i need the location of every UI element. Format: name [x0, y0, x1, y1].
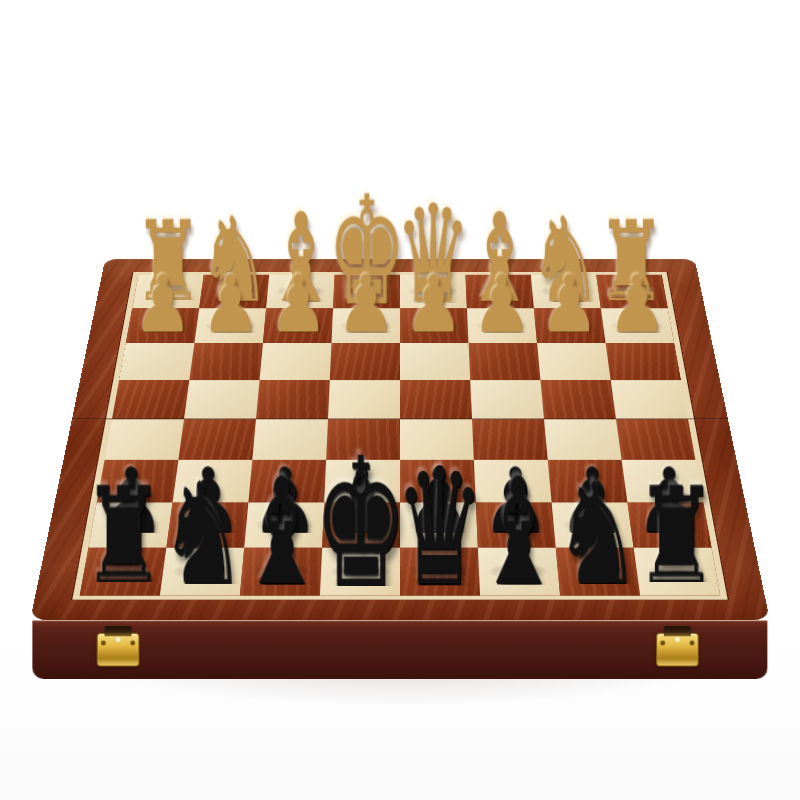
square-a2: ♟	[601, 308, 674, 343]
square-f4	[256, 380, 330, 419]
square-c7: ♟	[476, 503, 556, 548]
square-g3	[189, 343, 263, 380]
piece-shadow	[410, 563, 470, 580]
piece-shadow	[272, 319, 324, 332]
square-a1: ♜	[596, 275, 668, 309]
square-c3	[469, 343, 541, 380]
square-h2: ♟	[126, 308, 199, 343]
piece-shadow	[611, 319, 664, 332]
piece-shadow	[172, 563, 233, 580]
square-f6	[248, 460, 326, 503]
square-d1: ♛	[400, 275, 467, 309]
square-g5	[178, 419, 256, 460]
board-grid: ♜♞♝♚♛♝♞♜♟♟♟♟♟♟♟♟♟♟♟♟♟♟♟♟♜♞♝♚♛♝♞♜	[72, 272, 727, 600]
piece-shadow	[488, 563, 548, 580]
square-e1: ♚	[333, 275, 400, 309]
piece-shadow	[331, 563, 391, 580]
square-d6	[400, 460, 476, 503]
square-d4	[400, 380, 472, 419]
left-clasp	[97, 633, 140, 667]
board-frame: ♜♞♝♚♛♝♞♜♟♟♟♟♟♟♟♟♟♟♟♟♟♟♟♟♜♞♝♚♛♝♞♜	[30, 259, 770, 621]
square-e5	[326, 419, 400, 460]
square-h7: ♟	[88, 503, 172, 548]
piece-white-queen: ♛	[395, 188, 471, 323]
piece-shadow	[143, 285, 195, 297]
piece-shadow	[342, 285, 392, 297]
piece-white-king: ♚	[327, 177, 406, 327]
piece-shadow	[332, 517, 390, 533]
square-d7: ♟	[400, 503, 478, 548]
piece-shadow	[486, 517, 545, 533]
square-a6	[622, 460, 704, 503]
product-photo: ♜♞♝♚♛♝♞♜♟♟♟♟♟♟♟♟♟♟♟♟♟♟♟♟♜♞♝♚♛♝♞♜	[0, 0, 800, 800]
square-d8: ♛	[400, 548, 480, 596]
piece-shadow	[408, 319, 459, 332]
square-f2: ♟	[263, 308, 333, 343]
piece-white-rook: ♜	[596, 206, 667, 318]
piece-shadow	[646, 563, 708, 580]
piece-shadow	[410, 517, 468, 533]
piece-shadow	[178, 517, 237, 533]
chess-board: ♜♞♝♚♛♝♞♜♟♟♟♟♟♟♟♟♟♟♟♟♟♟♟♟♜♞♝♚♛♝♞♜	[30, 259, 770, 621]
piece-shadow	[639, 517, 699, 533]
piece-shadow	[136, 319, 189, 332]
square-b2: ♟	[534, 308, 606, 343]
square-e6	[324, 460, 400, 503]
piece-shadow	[474, 285, 524, 297]
piece-shadow	[101, 517, 161, 533]
square-d2: ♟	[400, 308, 469, 343]
square-g2: ♟	[194, 308, 266, 343]
square-h6	[97, 460, 179, 503]
square-g4	[184, 380, 260, 419]
piece-shadow	[408, 285, 458, 297]
square-e4	[328, 380, 400, 419]
square-a4	[611, 380, 688, 419]
piece-shadow	[567, 563, 628, 580]
square-c8: ♝	[478, 548, 560, 596]
square-b6	[548, 460, 628, 503]
square-c6	[474, 460, 552, 503]
chess-set-scene: ♜♞♝♚♛♝♞♜♟♟♟♟♟♟♟♟♟♟♟♟♟♟♟♟♜♞♝♚♛♝♞♜	[0, 0, 800, 800]
piece-white-rook: ♜	[133, 206, 204, 318]
square-h4	[112, 380, 189, 419]
square-f1: ♝	[266, 275, 334, 309]
piece-shadow	[340, 319, 391, 332]
square-c4	[470, 380, 544, 419]
square-a5	[616, 419, 695, 460]
piece-shadow	[255, 517, 314, 533]
square-a7: ♟	[627, 503, 711, 548]
piece-white-knight: ♞	[197, 202, 271, 319]
square-g6	[173, 460, 253, 503]
square-h8: ♜	[80, 548, 167, 596]
square-b3	[537, 343, 611, 380]
piece-shadow	[606, 285, 658, 297]
square-d5	[400, 419, 474, 460]
piece-shadow	[204, 319, 256, 332]
square-e8: ♚	[320, 548, 400, 596]
piece-shadow	[562, 517, 621, 533]
square-c1: ♝	[465, 275, 533, 309]
square-g7: ♟	[166, 503, 248, 548]
square-d3	[400, 343, 470, 380]
square-b1: ♞	[531, 275, 601, 309]
square-f8: ♝	[240, 548, 322, 596]
square-g1: ♞	[199, 275, 269, 309]
piece-white-bishop: ♝	[463, 197, 536, 320]
box-front-face	[32, 620, 767, 679]
square-f7: ♟	[244, 503, 324, 548]
square-e3	[330, 343, 400, 380]
square-f5	[252, 419, 328, 460]
square-c5	[472, 419, 548, 460]
piece-shadow	[543, 319, 595, 332]
square-b8: ♞	[556, 548, 640, 596]
piece-shadow	[275, 285, 325, 297]
square-e2: ♟	[331, 308, 400, 343]
square-h3	[119, 343, 194, 380]
square-a3	[606, 343, 681, 380]
square-f3	[260, 343, 332, 380]
square-b5	[544, 419, 622, 460]
piece-shadow	[251, 563, 311, 580]
square-a8: ♜	[634, 548, 721, 596]
square-b4	[540, 380, 616, 419]
square-b7: ♟	[552, 503, 634, 548]
square-e7: ♟	[322, 503, 400, 548]
right-clasp	[655, 633, 698, 667]
piece-shadow	[209, 285, 260, 297]
piece-white-bishop: ♝	[264, 197, 337, 320]
piece-shadow	[93, 563, 155, 580]
piece-shadow	[540, 285, 591, 297]
square-c2: ♟	[467, 308, 537, 343]
piece-shadow	[476, 319, 528, 332]
piece-white-knight: ♞	[528, 202, 602, 319]
square-h1: ♜	[132, 275, 204, 309]
square-g8: ♞	[160, 548, 244, 596]
square-h5	[105, 419, 184, 460]
